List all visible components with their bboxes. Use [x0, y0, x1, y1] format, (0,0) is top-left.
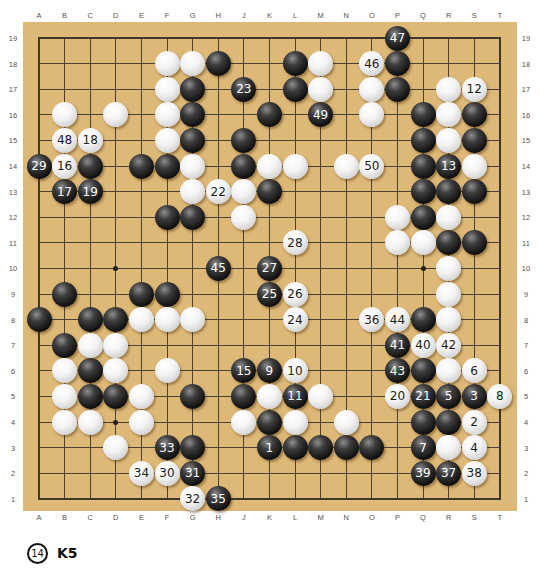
go-diagram-page: AABBCCDDEEFFGGHHJJKKLLMMNNOOPPQQRRSSTT19…: [0, 0, 540, 578]
stone-white-F6: [155, 358, 180, 383]
col-label-bottom-A: A: [36, 513, 41, 522]
col-label-top-N: N: [343, 11, 348, 20]
stone-black-S16: [462, 102, 487, 127]
stone-white-P12: [385, 205, 410, 230]
row-label-left-14: 14: [9, 162, 17, 171]
stone-black-S5: 3: [462, 384, 487, 409]
stone-white-F2: 30: [155, 461, 180, 486]
col-label-top-T: T: [498, 11, 503, 20]
stone-black-F12: [155, 205, 180, 230]
stone-white-P5: 20: [385, 384, 410, 409]
stone-white-F18: [155, 51, 180, 76]
stone-black-K4: [257, 410, 282, 435]
stone-white-N14: [334, 154, 359, 179]
stone-black-R4: [436, 410, 461, 435]
row-label-left-13: 13: [9, 187, 17, 196]
stone-black-J17: 23: [231, 77, 256, 102]
stone-white-B14: 16: [52, 154, 77, 179]
stone-white-Q7: 40: [411, 333, 436, 358]
stone-black-J14: [231, 154, 256, 179]
stone-black-Q4: [411, 410, 436, 435]
stone-black-P17: [385, 77, 410, 102]
stone-white-J4: [231, 410, 256, 435]
row-label-right-7: 7: [524, 341, 528, 350]
stone-black-Q16: [411, 102, 436, 127]
stone-white-B5: [52, 384, 77, 409]
stone-black-L3: [283, 435, 308, 460]
col-label-top-S: S: [472, 11, 477, 20]
stone-black-H1: 35: [206, 486, 231, 511]
col-label-bottom-S: S: [472, 513, 477, 522]
stone-white-M17: [308, 77, 333, 102]
stone-black-N3: [334, 435, 359, 460]
stone-black-E9: [129, 282, 154, 307]
stone-white-R10: [436, 256, 461, 281]
stone-black-A14: 29: [27, 154, 52, 179]
stone-black-Q5: 21: [411, 384, 436, 409]
row-label-left-16: 16: [9, 110, 17, 119]
col-label-bottom-M: M: [317, 513, 323, 522]
row-label-left-1: 1: [11, 494, 15, 503]
col-label-top-D: D: [113, 11, 118, 20]
col-label-top-F: F: [165, 11, 170, 20]
row-label-left-3: 3: [11, 443, 15, 452]
stone-white-C4: [78, 410, 103, 435]
row-label-right-4: 4: [524, 418, 528, 427]
stone-white-O14: 50: [359, 154, 384, 179]
col-label-bottom-N: N: [343, 513, 348, 522]
stone-black-K9: 25: [257, 282, 282, 307]
stone-black-R5: 5: [436, 384, 461, 409]
stone-black-R14: 13: [436, 154, 461, 179]
stone-white-O17: [359, 77, 384, 102]
row-label-left-8: 8: [11, 315, 15, 324]
row-label-left-10: 10: [9, 264, 17, 273]
stone-white-F8: [155, 307, 180, 332]
stone-white-F16: [155, 102, 180, 127]
stone-white-N4: [334, 410, 359, 435]
col-label-bottom-O: O: [369, 513, 375, 522]
stone-black-S15: [462, 128, 487, 153]
col-label-bottom-F: F: [165, 513, 170, 522]
col-label-bottom-K: K: [267, 513, 272, 522]
row-label-left-15: 15: [9, 136, 17, 145]
col-label-bottom-P: P: [395, 513, 400, 522]
col-label-bottom-E: E: [139, 513, 144, 522]
stone-black-Q13: [411, 179, 436, 204]
stone-black-F3: 33: [155, 435, 180, 460]
stone-black-L17: [283, 77, 308, 102]
row-label-left-6: 6: [11, 366, 15, 375]
stone-white-E2: 34: [129, 461, 154, 486]
stone-white-D7: [103, 333, 128, 358]
caption-move-number: 14: [31, 548, 44, 559]
row-label-left-19: 19: [9, 34, 17, 43]
col-label-bottom-J: J: [242, 513, 246, 522]
caption-point-label: K5: [57, 545, 78, 561]
stone-white-E4: [129, 410, 154, 435]
stone-black-Q3: 7: [411, 435, 436, 460]
stone-black-L18: [283, 51, 308, 76]
stone-black-B9: [52, 282, 77, 307]
col-label-bottom-R: R: [446, 513, 451, 522]
stone-black-S13: [462, 179, 487, 204]
col-label-bottom-B: B: [62, 513, 67, 522]
col-label-top-O: O: [369, 11, 375, 20]
stone-white-E5: [129, 384, 154, 409]
row-label-right-3: 3: [524, 443, 528, 452]
col-label-top-C: C: [87, 11, 92, 20]
row-label-right-11: 11: [522, 238, 530, 247]
col-label-top-M: M: [317, 11, 323, 20]
stone-white-R7: 42: [436, 333, 461, 358]
stone-white-J12: [231, 205, 256, 230]
stone-white-S17: 12: [462, 77, 487, 102]
row-label-right-17: 17: [522, 85, 530, 94]
stone-white-L8: 24: [283, 307, 308, 332]
stone-white-F15: [155, 128, 180, 153]
stone-white-K14: [257, 154, 282, 179]
col-label-top-B: B: [62, 11, 67, 20]
col-label-top-J: J: [242, 11, 246, 20]
stone-black-Q8: [411, 307, 436, 332]
row-label-right-16: 16: [522, 110, 530, 119]
stone-white-R12: [436, 205, 461, 230]
caption-white-stone-icon: 14: [27, 543, 48, 564]
row-label-left-12: 12: [9, 213, 17, 222]
stone-black-G2: 31: [180, 461, 205, 486]
col-label-top-P: P: [395, 11, 400, 20]
col-label-top-G: G: [190, 11, 196, 20]
row-label-right-9: 9: [524, 290, 528, 299]
col-label-top-L: L: [293, 11, 297, 20]
stone-white-M5: [308, 384, 333, 409]
stone-white-R17: [436, 77, 461, 102]
stone-black-C6: [78, 358, 103, 383]
stone-white-L4: [283, 410, 308, 435]
stone-white-S14: [462, 154, 487, 179]
row-label-right-10: 10: [522, 264, 530, 273]
col-label-top-A: A: [36, 11, 41, 20]
stone-black-K10: 27: [257, 256, 282, 281]
stone-black-Q14: [411, 154, 436, 179]
col-label-bottom-G: G: [190, 513, 196, 522]
stone-black-C14: [78, 154, 103, 179]
row-label-right-14: 14: [522, 162, 530, 171]
col-label-bottom-C: C: [87, 513, 92, 522]
row-label-right-6: 6: [524, 366, 528, 375]
stone-black-B7: [52, 333, 77, 358]
stone-black-P7: 41: [385, 333, 410, 358]
row-label-left-17: 17: [9, 85, 17, 94]
col-label-top-H: H: [215, 11, 220, 20]
row-label-left-7: 7: [11, 341, 15, 350]
row-label-right-8: 8: [524, 315, 528, 324]
stone-white-B4: [52, 410, 77, 435]
stone-black-E14: [129, 154, 154, 179]
row-label-left-4: 4: [11, 418, 15, 427]
stone-black-A8: [27, 307, 52, 332]
stone-white-H13: 22: [206, 179, 231, 204]
col-label-bottom-L: L: [293, 513, 297, 522]
star-point-Q10: [421, 266, 426, 271]
stone-black-C13: 19: [78, 179, 103, 204]
stone-black-F14: [155, 154, 180, 179]
stone-white-L6: 10: [283, 358, 308, 383]
stone-black-S11: [462, 230, 487, 255]
row-label-right-2: 2: [524, 469, 528, 478]
stone-black-K13: [257, 179, 282, 204]
stone-black-H18: [206, 51, 231, 76]
stone-black-Q2: 39: [411, 461, 436, 486]
row-label-right-18: 18: [522, 59, 530, 68]
stone-white-L9: 26: [283, 282, 308, 307]
row-label-right-19: 19: [522, 34, 530, 43]
col-label-bottom-T: T: [498, 513, 503, 522]
stone-black-C8: [78, 307, 103, 332]
stone-white-R15: [436, 128, 461, 153]
col-label-top-Q: Q: [420, 11, 426, 20]
stone-white-F17: [155, 77, 180, 102]
stone-black-G12: [180, 205, 205, 230]
stone-white-K5: [257, 384, 282, 409]
stone-white-C15: 18: [78, 128, 103, 153]
stone-black-G5: [180, 384, 205, 409]
stone-black-P19: 47: [385, 26, 410, 51]
col-label-top-K: K: [267, 11, 272, 20]
row-label-left-5: 5: [11, 392, 15, 401]
col-label-bottom-D: D: [113, 513, 118, 522]
col-label-top-R: R: [446, 11, 451, 20]
stone-white-R9: [436, 282, 461, 307]
stone-white-G14: [180, 154, 205, 179]
star-point-D4: [113, 420, 118, 425]
stone-white-L11: 28: [283, 230, 308, 255]
stone-black-G15: [180, 128, 205, 153]
row-label-right-13: 13: [522, 187, 530, 196]
stone-white-S4: 2: [462, 410, 487, 435]
row-label-right-5: 5: [524, 392, 528, 401]
stone-white-E8: [129, 307, 154, 332]
stone-black-Q6: [411, 358, 436, 383]
row-label-left-9: 9: [11, 290, 15, 299]
row-label-left-18: 18: [9, 59, 17, 68]
stone-white-L14: [283, 154, 308, 179]
stone-white-S6: 6: [462, 358, 487, 383]
col-label-bottom-H: H: [215, 513, 220, 522]
stone-black-C5: [78, 384, 103, 409]
stone-black-P18: [385, 51, 410, 76]
col-label-bottom-Q: Q: [420, 513, 426, 522]
stone-black-R2: 37: [436, 461, 461, 486]
move-caption: 14 K5: [27, 542, 78, 564]
stone-white-C7: [78, 333, 103, 358]
stone-white-B15: 48: [52, 128, 77, 153]
row-label-left-11: 11: [9, 238, 17, 247]
stone-white-P8: 44: [385, 307, 410, 332]
stone-white-S3: 4: [462, 435, 487, 460]
stone-white-S2: 38: [462, 461, 487, 486]
stone-black-Q15: [411, 128, 436, 153]
col-label-top-E: E: [139, 11, 144, 20]
stone-black-F9: [155, 282, 180, 307]
stone-black-L5: 11: [283, 384, 308, 409]
stone-black-G17: [180, 77, 205, 102]
row-label-left-2: 2: [11, 469, 15, 478]
row-label-right-1: 1: [524, 494, 528, 503]
stone-black-K3: 1: [257, 435, 282, 460]
row-label-right-12: 12: [522, 213, 530, 222]
row-label-right-15: 15: [522, 136, 530, 145]
stone-white-Q11: [411, 230, 436, 255]
stone-black-Q12: [411, 205, 436, 230]
stone-black-H10: 45: [206, 256, 231, 281]
